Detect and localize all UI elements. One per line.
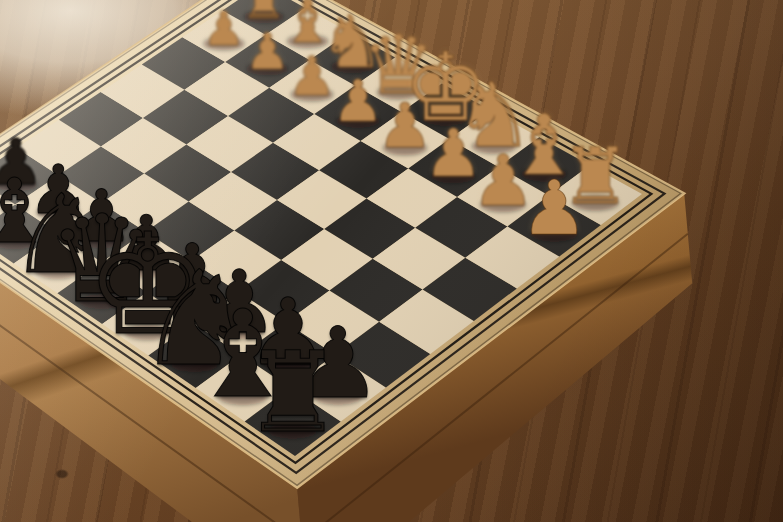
chess-board xyxy=(0,0,783,522)
chessboard-photo-scene: ♜♝♟♞♟♛♟♚♟♞♟♝♟♟♜♟♟♜♟♟♝♟♞♟♛♟♚♟♞♟♝♜ Overhea… xyxy=(0,0,783,522)
